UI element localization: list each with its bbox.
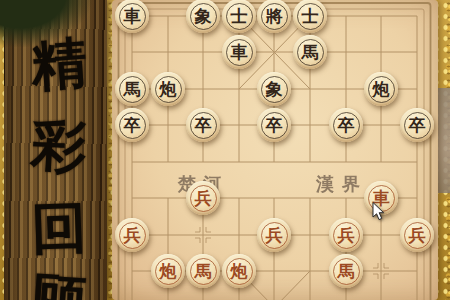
piece-glyph: 象 [266, 81, 283, 98]
piece-black-advisor-right[interactable]: 士 [293, 0, 327, 33]
piece-glyph: 炮 [231, 263, 248, 280]
piece-glyph: 炮 [160, 81, 177, 98]
piece-glyph: 卒 [338, 117, 355, 134]
piece-glyph: 馬 [124, 81, 141, 98]
piece-black-cannon-left[interactable]: 炮 [151, 72, 185, 106]
piece-black-general[interactable]: 將 [257, 0, 291, 33]
piece-glyph: 兵 [409, 227, 426, 244]
piece-glyph: 士 [231, 8, 248, 25]
piece-black-soldier-9[interactable]: 卒 [400, 108, 434, 142]
piece-red-cannon-right[interactable]: 炮 [222, 254, 256, 288]
xiangqi-game-screen: 精 彩 回 顾 楚河 漢界 [0, 0, 450, 300]
piece-black-chariot-right[interactable]: 車 [222, 35, 256, 69]
piece-glyph: 炮 [160, 263, 177, 280]
piece-red-horse-right[interactable]: 馬 [329, 254, 363, 288]
piece-black-advisor-left[interactable]: 士 [222, 0, 256, 33]
piece-glyph: 馬 [302, 44, 319, 61]
piece-glyph: 兵 [124, 227, 141, 244]
piece-red-chariot[interactable]: 車 [364, 181, 398, 215]
piece-glyph: 卒 [195, 117, 212, 134]
piece-red-soldier-9[interactable]: 兵 [400, 218, 434, 252]
piece-glyph: 炮 [373, 81, 390, 98]
piece-red-soldier-5[interactable]: 兵 [257, 218, 291, 252]
piece-black-horse-right[interactable]: 馬 [293, 35, 327, 69]
piece-glyph: 馬 [338, 263, 355, 280]
piece-black-cannon-right[interactable]: 炮 [364, 72, 398, 106]
piece-black-elephant-right[interactable]: 象 [257, 72, 291, 106]
piece-black-elephant-left[interactable]: 象 [186, 0, 220, 33]
piece-glyph: 卒 [409, 117, 426, 134]
piece-glyph: 車 [124, 8, 141, 25]
piece-glyph: 車 [231, 44, 248, 61]
piece-black-soldier-7[interactable]: 卒 [329, 108, 363, 142]
piece-glyph: 士 [302, 8, 319, 25]
piece-red-horse-left[interactable]: 馬 [186, 254, 220, 288]
piece-glyph: 馬 [195, 263, 212, 280]
piece-red-soldier-1[interactable]: 兵 [115, 218, 149, 252]
piece-black-horse-left[interactable]: 馬 [115, 72, 149, 106]
piece-black-chariot-left[interactable]: 車 [115, 0, 149, 33]
piece-glyph: 象 [195, 8, 212, 25]
piece-black-soldier-1[interactable]: 卒 [115, 108, 149, 142]
piece-black-soldier-3[interactable]: 卒 [186, 108, 220, 142]
piece-glyph: 卒 [266, 117, 283, 134]
piece-glyph: 將 [266, 8, 283, 25]
piece-glyph: 車 [373, 190, 390, 207]
piece-red-soldier-3-advanced[interactable]: 兵 [186, 181, 220, 215]
piece-red-cannon-left[interactable]: 炮 [151, 254, 185, 288]
piece-red-soldier-7[interactable]: 兵 [329, 218, 363, 252]
piece-glyph: 兵 [338, 227, 355, 244]
piece-glyph: 兵 [266, 227, 283, 244]
piece-glyph: 卒 [124, 117, 141, 134]
piece-glyph: 兵 [195, 190, 212, 207]
river-label-han: 漢界 [315, 173, 368, 194]
piece-black-soldier-5[interactable]: 卒 [257, 108, 291, 142]
